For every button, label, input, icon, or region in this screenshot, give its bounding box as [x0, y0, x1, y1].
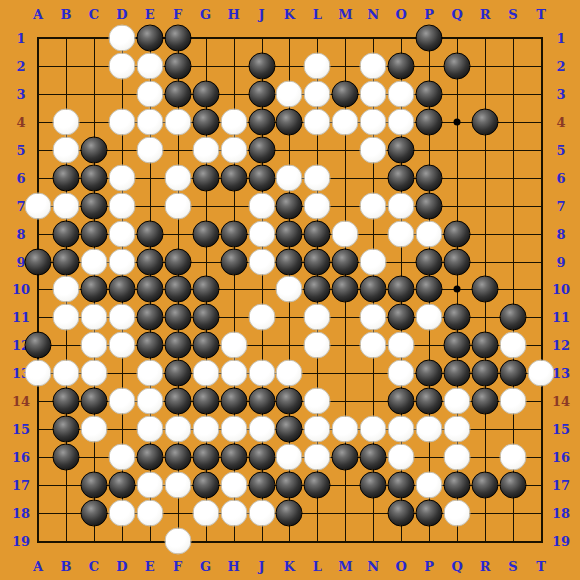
bottom-col-label-S: S — [508, 560, 517, 573]
black-stone-A9[interactable] — [25, 248, 52, 275]
black-stone-Q8[interactable] — [444, 220, 471, 247]
black-stone-O6[interactable] — [388, 164, 415, 191]
black-stone-K8[interactable] — [276, 220, 303, 247]
left-row-label-5: 5 — [16, 143, 25, 156]
black-stone-M10[interactable] — [332, 276, 359, 303]
black-stone-C17[interactable] — [80, 472, 107, 499]
black-stone-B6[interactable] — [52, 164, 79, 191]
white-stone-L14[interactable] — [304, 388, 331, 415]
left-row-label-15: 15 — [12, 423, 30, 436]
white-stone-H13[interactable] — [220, 360, 247, 387]
white-stone-C9[interactable] — [80, 248, 107, 275]
right-row-label-18: 18 — [552, 507, 570, 520]
top-col-label-D: D — [116, 8, 127, 21]
left-row-label-14: 14 — [12, 395, 30, 408]
black-stone-R10[interactable] — [472, 276, 499, 303]
black-stone-H6[interactable] — [220, 164, 247, 191]
right-row-label-15: 15 — [552, 423, 570, 436]
white-stone-L7[interactable] — [304, 192, 331, 219]
white-stone-Q15[interactable] — [444, 416, 471, 443]
black-stone-E1[interactable] — [136, 25, 163, 52]
white-stone-G13[interactable] — [192, 360, 219, 387]
top-col-label-L: L — [313, 8, 322, 21]
black-stone-C6[interactable] — [80, 164, 107, 191]
black-stone-G10[interactable] — [192, 276, 219, 303]
white-stone-P17[interactable] — [416, 472, 443, 499]
white-stone-A7[interactable] — [25, 192, 52, 219]
white-stone-H15[interactable] — [220, 416, 247, 443]
white-stone-F19[interactable] — [164, 527, 191, 554]
right-row-label-11: 11 — [552, 311, 570, 324]
top-col-label-B: B — [60, 8, 71, 21]
top-col-label-T: T — [536, 8, 546, 21]
black-stone-Q9[interactable] — [444, 248, 471, 275]
white-stone-M8[interactable] — [332, 220, 359, 247]
black-stone-Q12[interactable] — [444, 332, 471, 359]
black-stone-F14[interactable] — [164, 388, 191, 415]
right-row-label-17: 17 — [552, 479, 570, 492]
black-stone-C10[interactable] — [80, 276, 107, 303]
black-stone-B14[interactable] — [52, 388, 79, 415]
white-stone-O4[interactable] — [388, 108, 415, 135]
black-stone-S13[interactable] — [500, 360, 527, 387]
white-stone-N12[interactable] — [360, 332, 387, 359]
black-stone-C14[interactable] — [80, 388, 107, 415]
black-stone-Q17[interactable] — [444, 472, 471, 499]
white-stone-E18[interactable] — [136, 500, 163, 527]
black-stone-L17[interactable] — [304, 472, 331, 499]
black-stone-O14[interactable] — [388, 388, 415, 415]
white-stone-N3[interactable] — [360, 80, 387, 107]
top-col-label-M: M — [338, 8, 352, 21]
white-stone-J8[interactable] — [248, 220, 275, 247]
top-col-label-S: S — [508, 8, 517, 21]
white-stone-F7[interactable] — [164, 192, 191, 219]
white-stone-E13[interactable] — [136, 360, 163, 387]
black-stone-E16[interactable] — [136, 444, 163, 471]
black-stone-K9[interactable] — [276, 248, 303, 275]
white-stone-K6[interactable] — [276, 164, 303, 191]
right-row-label-4: 4 — [556, 115, 565, 128]
black-stone-J17[interactable] — [248, 472, 275, 499]
right-row-label-8: 8 — [556, 227, 565, 240]
black-stone-G3[interactable] — [192, 80, 219, 107]
white-stone-N9[interactable] — [360, 248, 387, 275]
black-stone-S17[interactable] — [500, 472, 527, 499]
right-row-label-13: 13 — [552, 367, 570, 380]
black-stone-G11[interactable] — [192, 304, 219, 331]
black-stone-L8[interactable] — [304, 220, 331, 247]
black-stone-G16[interactable] — [192, 444, 219, 471]
white-stone-G18[interactable] — [192, 500, 219, 527]
bottom-col-label-D: D — [116, 560, 127, 573]
black-stone-F16[interactable] — [164, 444, 191, 471]
black-stone-J6[interactable] — [248, 164, 275, 191]
black-stone-M16[interactable] — [332, 444, 359, 471]
black-stone-L9[interactable] — [304, 248, 331, 275]
white-stone-S12[interactable] — [500, 332, 527, 359]
white-stone-N7[interactable] — [360, 192, 387, 219]
black-stone-H8[interactable] — [220, 220, 247, 247]
white-stone-A13[interactable] — [25, 360, 52, 387]
white-stone-J7[interactable] — [248, 192, 275, 219]
black-stone-R12[interactable] — [472, 332, 499, 359]
star-point-Q4 — [454, 118, 461, 125]
white-stone-Q14[interactable] — [444, 388, 471, 415]
black-stone-M9[interactable] — [332, 248, 359, 275]
white-stone-C12[interactable] — [80, 332, 107, 359]
black-stone-P3[interactable] — [416, 80, 443, 107]
white-stone-O7[interactable] — [388, 192, 415, 219]
left-row-label-6: 6 — [16, 171, 25, 184]
white-stone-J11[interactable] — [248, 304, 275, 331]
top-col-label-C: C — [89, 8, 99, 21]
black-stone-P7[interactable] — [416, 192, 443, 219]
black-stone-R4[interactable] — [472, 108, 499, 135]
white-stone-F15[interactable] — [164, 416, 191, 443]
bottom-col-label-A: A — [33, 560, 43, 573]
white-stone-K13[interactable] — [276, 360, 303, 387]
black-stone-F11[interactable] — [164, 304, 191, 331]
black-stone-P9[interactable] — [416, 248, 443, 275]
white-stone-C11[interactable] — [80, 304, 107, 331]
white-stone-P8[interactable] — [416, 220, 443, 247]
black-stone-J3[interactable] — [248, 80, 275, 107]
white-stone-K16[interactable] — [276, 444, 303, 471]
black-stone-O17[interactable] — [388, 472, 415, 499]
black-stone-J16[interactable] — [248, 444, 275, 471]
black-stone-O2[interactable] — [388, 52, 415, 79]
black-stone-G12[interactable] — [192, 332, 219, 359]
right-row-label-19: 19 — [552, 534, 570, 547]
right-row-label-5: 5 — [556, 143, 565, 156]
right-row-label-10: 10 — [552, 283, 570, 296]
white-stone-N5[interactable] — [360, 136, 387, 163]
right-row-label-2: 2 — [556, 59, 565, 72]
black-stone-O5[interactable] — [388, 136, 415, 163]
black-stone-H9[interactable] — [220, 248, 247, 275]
black-stone-P14[interactable] — [416, 388, 443, 415]
white-stone-N2[interactable] — [360, 52, 387, 79]
white-stone-H18[interactable] — [220, 500, 247, 527]
bottom-col-label-E: E — [145, 560, 155, 573]
white-stone-L11[interactable] — [304, 304, 331, 331]
white-stone-L6[interactable] — [304, 164, 331, 191]
black-stone-K15[interactable] — [276, 416, 303, 443]
right-row-label-3: 3 — [556, 87, 565, 100]
black-stone-P18[interactable] — [416, 500, 443, 527]
black-stone-C7[interactable] — [80, 192, 107, 219]
bottom-col-label-J: J — [258, 560, 264, 573]
white-stone-Q16[interactable] — [444, 444, 471, 471]
white-stone-G5[interactable] — [192, 136, 219, 163]
white-stone-N11[interactable] — [360, 304, 387, 331]
white-stone-E17[interactable] — [136, 472, 163, 499]
black-stone-J4[interactable] — [248, 108, 275, 135]
black-stone-A12[interactable] — [25, 332, 52, 359]
white-stone-E5[interactable] — [136, 136, 163, 163]
top-col-label-J: J — [258, 8, 264, 21]
white-stone-S16[interactable] — [500, 444, 527, 471]
bottom-col-label-F: F — [173, 560, 182, 573]
black-stone-R13[interactable] — [472, 360, 499, 387]
white-stone-B10[interactable] — [52, 276, 79, 303]
black-stone-F12[interactable] — [164, 332, 191, 359]
white-stone-H5[interactable] — [220, 136, 247, 163]
bottom-col-label-M: M — [338, 560, 352, 573]
black-stone-P6[interactable] — [416, 164, 443, 191]
top-col-label-O: O — [396, 8, 407, 21]
black-stone-J2[interactable] — [248, 52, 275, 79]
black-stone-N16[interactable] — [360, 444, 387, 471]
white-stone-K10[interactable] — [276, 276, 303, 303]
white-stone-B11[interactable] — [52, 304, 79, 331]
left-row-label-2: 2 — [16, 59, 25, 72]
black-stone-Q2[interactable] — [444, 52, 471, 79]
black-stone-C18[interactable] — [80, 500, 107, 527]
top-col-label-R: R — [480, 8, 491, 21]
white-stone-D11[interactable] — [108, 304, 135, 331]
white-stone-E4[interactable] — [136, 108, 163, 135]
left-row-label-3: 3 — [16, 87, 25, 100]
bottom-col-label-P: P — [424, 560, 434, 573]
white-stone-D9[interactable] — [108, 248, 135, 275]
black-stone-F13[interactable] — [164, 360, 191, 387]
black-stone-G17[interactable] — [192, 472, 219, 499]
black-stone-D10[interactable] — [108, 276, 135, 303]
white-stone-P15[interactable] — [416, 416, 443, 443]
black-stone-E11[interactable] — [136, 304, 163, 331]
black-stone-Q11[interactable] — [444, 304, 471, 331]
top-col-label-A: A — [33, 8, 43, 21]
black-stone-B8[interactable] — [52, 220, 79, 247]
bottom-col-label-H: H — [227, 560, 239, 573]
white-stone-H17[interactable] — [220, 472, 247, 499]
white-stone-B7[interactable] — [52, 192, 79, 219]
right-row-label-1: 1 — [556, 32, 565, 45]
black-stone-E8[interactable] — [136, 220, 163, 247]
bottom-col-label-T: T — [536, 560, 546, 573]
white-stone-L2[interactable] — [304, 52, 331, 79]
black-stone-F2[interactable] — [164, 52, 191, 79]
white-stone-M4[interactable] — [332, 108, 359, 135]
white-stone-H4[interactable] — [220, 108, 247, 135]
bottom-col-label-K: K — [284, 560, 295, 573]
right-row-label-14: 14 — [552, 395, 570, 408]
white-stone-T13[interactable] — [527, 360, 554, 387]
black-stone-K4[interactable] — [276, 108, 303, 135]
right-row-label-7: 7 — [556, 199, 565, 212]
white-stone-F4[interactable] — [164, 108, 191, 135]
white-stone-J9[interactable] — [248, 248, 275, 275]
top-col-label-K: K — [284, 8, 295, 21]
bottom-col-label-R: R — [480, 560, 491, 573]
black-stone-E9[interactable] — [136, 248, 163, 275]
left-row-label-19: 19 — [12, 534, 30, 547]
white-stone-O12[interactable] — [388, 332, 415, 359]
black-stone-G14[interactable] — [192, 388, 219, 415]
black-stone-O18[interactable] — [388, 500, 415, 527]
white-stone-D6[interactable] — [108, 164, 135, 191]
black-stone-K17[interactable] — [276, 472, 303, 499]
white-stone-M15[interactable] — [332, 416, 359, 443]
white-stone-L4[interactable] — [304, 108, 331, 135]
white-stone-E14[interactable] — [136, 388, 163, 415]
white-stone-N4[interactable] — [360, 108, 387, 135]
top-col-label-G: G — [200, 8, 211, 21]
bottom-col-label-Q: Q — [451, 560, 462, 573]
white-stone-J13[interactable] — [248, 360, 275, 387]
white-stone-O15[interactable] — [388, 416, 415, 443]
white-stone-E3[interactable] — [136, 80, 163, 107]
white-stone-L16[interactable] — [304, 444, 331, 471]
black-stone-P13[interactable] — [416, 360, 443, 387]
black-stone-L10[interactable] — [304, 276, 331, 303]
white-stone-N15[interactable] — [360, 416, 387, 443]
left-row-label-4: 4 — [16, 115, 25, 128]
black-stone-O11[interactable] — [388, 304, 415, 331]
black-stone-F1[interactable] — [164, 25, 191, 52]
white-stone-D14[interactable] — [108, 388, 135, 415]
left-row-label-1: 1 — [16, 32, 25, 45]
black-stone-R17[interactable] — [472, 472, 499, 499]
white-stone-D12[interactable] — [108, 332, 135, 359]
left-row-label-16: 16 — [12, 451, 30, 464]
white-stone-D18[interactable] — [108, 500, 135, 527]
black-stone-Q13[interactable] — [444, 360, 471, 387]
white-stone-S14[interactable] — [500, 388, 527, 415]
white-stone-Q18[interactable] — [444, 500, 471, 527]
white-stone-J18[interactable] — [248, 500, 275, 527]
right-row-label-16: 16 — [552, 451, 570, 464]
black-stone-P1[interactable] — [416, 25, 443, 52]
white-stone-D2[interactable] — [108, 52, 135, 79]
white-stone-F6[interactable] — [164, 164, 191, 191]
black-stone-C8[interactable] — [80, 220, 107, 247]
white-stone-D1[interactable] — [108, 25, 135, 52]
black-stone-E10[interactable] — [136, 276, 163, 303]
top-col-label-Q: Q — [451, 8, 462, 21]
white-stone-F17[interactable] — [164, 472, 191, 499]
black-stone-P4[interactable] — [416, 108, 443, 135]
left-row-label-18: 18 — [12, 507, 30, 520]
white-stone-P11[interactable] — [416, 304, 443, 331]
black-stone-G4[interactable] — [192, 108, 219, 135]
white-stone-D4[interactable] — [108, 108, 135, 135]
left-row-label-11: 11 — [12, 311, 30, 324]
right-row-label-6: 6 — [556, 171, 565, 184]
black-stone-H16[interactable] — [220, 444, 247, 471]
black-stone-F9[interactable] — [164, 248, 191, 275]
black-stone-B15[interactable] — [52, 416, 79, 443]
black-stone-B9[interactable] — [52, 248, 79, 275]
top-col-label-P: P — [424, 8, 434, 21]
white-stone-B4[interactable] — [52, 108, 79, 135]
white-stone-B5[interactable] — [52, 136, 79, 163]
bottom-col-label-C: C — [89, 560, 99, 573]
black-stone-J5[interactable] — [248, 136, 275, 163]
black-stone-K18[interactable] — [276, 500, 303, 527]
black-stone-G6[interactable] — [192, 164, 219, 191]
black-stone-C5[interactable] — [80, 136, 107, 163]
top-col-label-F: F — [173, 8, 182, 21]
go-board[interactable]: AABBCCDDEEFFGGHHJJKKLLMMNNOOPPQQRRSSTT11… — [0, 0, 580, 580]
bottom-col-label-G: G — [200, 560, 211, 573]
star-point-Q10 — [454, 286, 461, 293]
bottom-col-label-N: N — [367, 560, 379, 573]
bottom-col-label-B: B — [60, 560, 71, 573]
white-stone-K3[interactable] — [276, 80, 303, 107]
white-stone-D8[interactable] — [108, 220, 135, 247]
left-row-label-17: 17 — [12, 479, 30, 492]
black-stone-F10[interactable] — [164, 276, 191, 303]
white-stone-L3[interactable] — [304, 80, 331, 107]
white-stone-O3[interactable] — [388, 80, 415, 107]
black-stone-B16[interactable] — [52, 444, 79, 471]
black-stone-O10[interactable] — [388, 276, 415, 303]
bottom-col-label-L: L — [313, 560, 322, 573]
right-row-label-9: 9 — [556, 255, 565, 268]
white-stone-C15[interactable] — [80, 416, 107, 443]
white-stone-C13[interactable] — [80, 360, 107, 387]
black-stone-F3[interactable] — [164, 80, 191, 107]
black-stone-E12[interactable] — [136, 332, 163, 359]
white-stone-J15[interactable] — [248, 416, 275, 443]
black-stone-N17[interactable] — [360, 472, 387, 499]
white-stone-D16[interactable] — [108, 444, 135, 471]
black-stone-N10[interactable] — [360, 276, 387, 303]
black-stone-P10[interactable] — [416, 276, 443, 303]
top-col-label-E: E — [145, 8, 155, 21]
white-stone-O8[interactable] — [388, 220, 415, 247]
white-stone-L15[interactable] — [304, 416, 331, 443]
left-row-label-8: 8 — [16, 227, 25, 240]
white-stone-E2[interactable] — [136, 52, 163, 79]
left-row-label-10: 10 — [12, 283, 30, 296]
black-stone-S11[interactable] — [500, 304, 527, 331]
white-stone-L12[interactable] — [304, 332, 331, 359]
white-stone-H12[interactable] — [220, 332, 247, 359]
white-stone-O16[interactable] — [388, 444, 415, 471]
right-row-label-12: 12 — [552, 339, 570, 352]
black-stone-G8[interactable] — [192, 220, 219, 247]
top-col-label-N: N — [367, 8, 379, 21]
white-stone-G15[interactable] — [192, 416, 219, 443]
top-col-label-H: H — [227, 8, 239, 21]
black-stone-H14[interactable] — [220, 388, 247, 415]
white-stone-B13[interactable] — [52, 360, 79, 387]
black-stone-M3[interactable] — [332, 80, 359, 107]
white-stone-E15[interactable] — [136, 416, 163, 443]
black-stone-K7[interactable] — [276, 192, 303, 219]
black-stone-K14[interactable] — [276, 388, 303, 415]
black-stone-R14[interactable] — [472, 388, 499, 415]
bottom-col-label-O: O — [396, 560, 407, 573]
white-stone-O13[interactable] — [388, 360, 415, 387]
black-stone-D17[interactable] — [108, 472, 135, 499]
white-stone-D7[interactable] — [108, 192, 135, 219]
black-stone-J14[interactable] — [248, 388, 275, 415]
